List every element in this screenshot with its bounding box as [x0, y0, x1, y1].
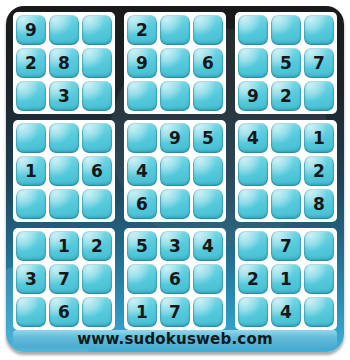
cell-r9c9[interactable] — [304, 297, 334, 327]
cell-r8c9[interactable] — [304, 264, 334, 294]
cell-r5c3[interactable]: 6 — [82, 156, 112, 186]
cell-r9c8[interactable]: 4 — [271, 297, 301, 327]
cell-r1c1[interactable]: 9 — [16, 15, 46, 45]
cell-r5c6[interactable] — [193, 156, 223, 186]
cell-r6c6[interactable] — [193, 189, 223, 219]
cell-r4c8[interactable] — [271, 123, 301, 153]
box-1-2: 296 — [124, 12, 226, 114]
cell-r5c1[interactable]: 1 — [16, 156, 46, 186]
box-2-2: 9546 — [124, 120, 226, 222]
cell-r3c8[interactable]: 2 — [271, 81, 301, 111]
cell-r4c5[interactable]: 9 — [160, 123, 190, 153]
cell-r3c2[interactable]: 3 — [49, 81, 79, 111]
cell-r8c8[interactable]: 1 — [271, 264, 301, 294]
box-3-3: 7214 — [235, 228, 337, 330]
cell-r6c1[interactable] — [16, 189, 46, 219]
footer-band: www.sudokusweb.com — [13, 330, 337, 348]
cell-r9c4[interactable]: 1 — [127, 297, 157, 327]
cell-r2c1[interactable]: 2 — [16, 48, 46, 78]
cell-r1c4[interactable]: 2 — [127, 15, 157, 45]
cell-r7c3[interactable]: 2 — [82, 231, 112, 261]
cell-r1c9[interactable] — [304, 15, 334, 45]
site-link[interactable]: www.sudokusweb.com — [77, 330, 272, 348]
cell-r6c9[interactable]: 8 — [304, 189, 334, 219]
cell-r4c7[interactable]: 4 — [238, 123, 268, 153]
cell-r7c2[interactable]: 1 — [49, 231, 79, 261]
cell-r2c8[interactable]: 5 — [271, 48, 301, 78]
cell-r8c5[interactable]: 6 — [160, 264, 190, 294]
cell-r5c9[interactable]: 2 — [304, 156, 334, 186]
box-2-3: 4128 — [235, 120, 337, 222]
cell-r9c6[interactable] — [193, 297, 223, 327]
cell-r2c4[interactable]: 9 — [127, 48, 157, 78]
cell-r3c7[interactable]: 9 — [238, 81, 268, 111]
cell-r5c5[interactable] — [160, 156, 190, 186]
cell-r1c2[interactable] — [49, 15, 79, 45]
cell-r7c1[interactable] — [16, 231, 46, 261]
box-1-1: 9283 — [13, 12, 115, 114]
cell-r9c1[interactable] — [16, 297, 46, 327]
cell-r7c9[interactable] — [304, 231, 334, 261]
cell-r3c4[interactable] — [127, 81, 157, 111]
cell-r9c7[interactable] — [238, 297, 268, 327]
cell-r7c4[interactable]: 5 — [127, 231, 157, 261]
cell-r9c2[interactable]: 6 — [49, 297, 79, 327]
cell-r2c7[interactable] — [238, 48, 268, 78]
cell-r8c3[interactable] — [82, 264, 112, 294]
cell-r4c3[interactable] — [82, 123, 112, 153]
cell-r1c8[interactable] — [271, 15, 301, 45]
cell-r8c7[interactable]: 2 — [238, 264, 268, 294]
cell-r4c1[interactable] — [16, 123, 46, 153]
cell-r8c2[interactable]: 7 — [49, 264, 79, 294]
box-3-2: 534617 — [124, 228, 226, 330]
cell-r6c8[interactable] — [271, 189, 301, 219]
cell-r8c1[interactable]: 3 — [16, 264, 46, 294]
cell-r7c5[interactable]: 3 — [160, 231, 190, 261]
cell-r5c2[interactable] — [49, 156, 79, 186]
cell-r4c9[interactable]: 1 — [304, 123, 334, 153]
cell-r7c7[interactable] — [238, 231, 268, 261]
cell-r3c6[interactable] — [193, 81, 223, 111]
cell-r1c7[interactable] — [238, 15, 268, 45]
cell-r1c6[interactable] — [193, 15, 223, 45]
cell-r2c6[interactable]: 6 — [193, 48, 223, 78]
cell-r6c3[interactable] — [82, 189, 112, 219]
cell-r2c2[interactable]: 8 — [49, 48, 79, 78]
cell-r6c2[interactable] — [49, 189, 79, 219]
cell-r5c4[interactable]: 4 — [127, 156, 157, 186]
cell-r5c7[interactable] — [238, 156, 268, 186]
cell-r3c3[interactable] — [82, 81, 112, 111]
sudoku-grid: 928329657921695464128123765346177214 — [13, 12, 337, 330]
cell-r4c2[interactable] — [49, 123, 79, 153]
box-2-1: 16 — [13, 120, 115, 222]
cell-r5c8[interactable] — [271, 156, 301, 186]
cell-r8c4[interactable] — [127, 264, 157, 294]
box-1-3: 5792 — [235, 12, 337, 114]
cell-r3c1[interactable] — [16, 81, 46, 111]
cell-r2c9[interactable]: 7 — [304, 48, 334, 78]
cell-r4c4[interactable] — [127, 123, 157, 153]
cell-r6c7[interactable] — [238, 189, 268, 219]
cell-r4c6[interactable]: 5 — [193, 123, 223, 153]
cell-r6c4[interactable]: 6 — [127, 189, 157, 219]
box-3-1: 12376 — [13, 228, 115, 330]
cell-r9c5[interactable]: 7 — [160, 297, 190, 327]
sudoku-board: 928329657921695464128123765346177214 www… — [6, 6, 344, 352]
cell-r9c3[interactable] — [82, 297, 112, 327]
cell-r6c5[interactable] — [160, 189, 190, 219]
cell-r2c5[interactable] — [160, 48, 190, 78]
cell-r7c6[interactable]: 4 — [193, 231, 223, 261]
cell-r1c5[interactable] — [160, 15, 190, 45]
cell-r1c3[interactable] — [82, 15, 112, 45]
cell-r8c6[interactable] — [193, 264, 223, 294]
cell-r3c5[interactable] — [160, 81, 190, 111]
cell-r7c8[interactable]: 7 — [271, 231, 301, 261]
cell-r3c9[interactable] — [304, 81, 334, 111]
cell-r2c3[interactable] — [82, 48, 112, 78]
